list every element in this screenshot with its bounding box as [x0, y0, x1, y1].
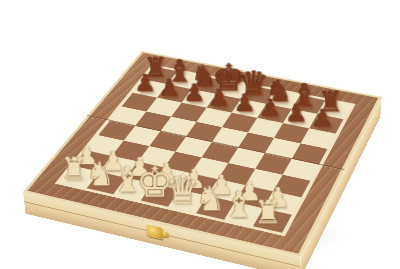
black-pawn[interactable]: ♟ [312, 106, 334, 131]
black-pawn[interactable]: ♟ [184, 81, 205, 105]
white-rook[interactable]: ♜ [60, 154, 87, 184]
black-pawn[interactable]: ♟ [234, 91, 256, 115]
black-pawn[interactable]: ♟ [259, 96, 281, 120]
black-pawn[interactable]: ♟ [135, 71, 156, 95]
black-pawn[interactable]: ♟ [285, 101, 307, 126]
photo-stage: ♜♝♞♚♛♞♝♜♟♟♟♟♟♟♟♟♟♟♟♟♟♟♟♟♜♞♝♚♛♞♝♜ [0, 0, 400, 269]
white-bishop[interactable]: ♝ [223, 186, 255, 222]
black-pawn[interactable]: ♟ [159, 76, 180, 100]
white-rook[interactable]: ♜ [254, 197, 283, 229]
brass-clasp-icon [146, 224, 164, 240]
black-pawn[interactable]: ♟ [209, 86, 231, 110]
white-knight[interactable]: ♞ [196, 182, 226, 216]
